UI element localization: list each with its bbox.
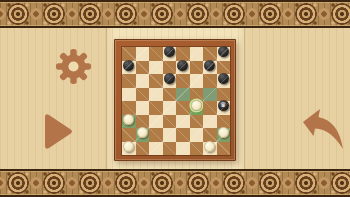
square-r6c6[interactable] bbox=[190, 115, 204, 129]
square-r8c1[interactable] bbox=[122, 142, 136, 156]
square-r4c5[interactable] bbox=[176, 88, 190, 102]
checkers-board: ♛ bbox=[114, 39, 236, 161]
black-man-piece[interactable] bbox=[123, 60, 134, 71]
play-button[interactable] bbox=[40, 111, 75, 152]
square-r5c7[interactable] bbox=[203, 101, 217, 115]
square-r1c2[interactable] bbox=[136, 47, 150, 61]
square-r4c6[interactable] bbox=[190, 88, 204, 102]
square-r3c5[interactable] bbox=[176, 74, 190, 88]
white-man-piece[interactable] bbox=[191, 100, 202, 111]
square-r1c7[interactable] bbox=[203, 47, 217, 61]
square-r8c3[interactable] bbox=[149, 142, 163, 156]
square-r8c8[interactable] bbox=[217, 142, 231, 156]
square-r2c6[interactable] bbox=[190, 61, 204, 75]
square-r8c5[interactable] bbox=[176, 142, 190, 156]
square-r7c6[interactable] bbox=[190, 128, 204, 142]
black-man-piece[interactable] bbox=[218, 73, 229, 84]
play-icon bbox=[40, 111, 75, 152]
square-r4c2[interactable] bbox=[136, 88, 150, 102]
square-r3c2[interactable] bbox=[136, 74, 150, 88]
square-r4c1[interactable] bbox=[122, 88, 136, 102]
square-r8c6[interactable] bbox=[190, 142, 204, 156]
square-r2c7[interactable] bbox=[203, 61, 217, 75]
gear-icon bbox=[55, 48, 92, 85]
undo-arrow-icon bbox=[300, 106, 346, 152]
black-man-piece[interactable] bbox=[177, 60, 188, 71]
plank-seam bbox=[244, 28, 245, 169]
square-r3c3[interactable] bbox=[149, 74, 163, 88]
square-r1c3[interactable] bbox=[149, 47, 163, 61]
white-man-piece[interactable] bbox=[123, 141, 134, 152]
black-man-piece[interactable] bbox=[204, 60, 215, 71]
square-r4c3[interactable] bbox=[149, 88, 163, 102]
square-r6c1[interactable] bbox=[122, 115, 136, 129]
square-r5c6[interactable] bbox=[190, 101, 204, 115]
white-man-piece[interactable] bbox=[204, 141, 215, 152]
square-r6c8[interactable] bbox=[217, 115, 231, 129]
square-r1c8[interactable] bbox=[217, 47, 231, 61]
square-r7c4[interactable] bbox=[163, 128, 177, 142]
square-r7c8[interactable] bbox=[217, 128, 231, 142]
board-grid: ♛ bbox=[122, 47, 230, 155]
square-r5c4[interactable] bbox=[163, 101, 177, 115]
white-man-piece[interactable] bbox=[218, 127, 229, 138]
square-r2c1[interactable] bbox=[122, 61, 136, 75]
black-man-piece[interactable] bbox=[164, 46, 175, 57]
white-man-piece[interactable] bbox=[137, 127, 148, 138]
square-r6c5[interactable] bbox=[176, 115, 190, 129]
square-r7c2[interactable] bbox=[136, 128, 150, 142]
king-crown-icon: ♛ bbox=[218, 100, 229, 111]
settings-button[interactable] bbox=[55, 48, 92, 85]
black-man-piece[interactable] bbox=[164, 73, 175, 84]
square-r1c5[interactable] bbox=[176, 47, 190, 61]
square-r2c4[interactable] bbox=[163, 61, 177, 75]
square-r6c4[interactable] bbox=[163, 115, 177, 129]
square-r2c3[interactable] bbox=[149, 61, 163, 75]
square-r3c8[interactable] bbox=[217, 74, 231, 88]
square-r1c1[interactable] bbox=[122, 47, 136, 61]
square-r5c5[interactable] bbox=[176, 101, 190, 115]
undo-button[interactable] bbox=[300, 106, 346, 152]
square-r5c3[interactable] bbox=[149, 101, 163, 115]
square-r4c8[interactable] bbox=[217, 88, 231, 102]
square-r6c2[interactable] bbox=[136, 115, 150, 129]
black-king-piece[interactable]: ♛ bbox=[218, 100, 229, 111]
square-r2c5[interactable] bbox=[176, 61, 190, 75]
square-r7c3[interactable] bbox=[149, 128, 163, 142]
square-r7c5[interactable] bbox=[176, 128, 190, 142]
square-r3c6[interactable] bbox=[190, 74, 204, 88]
square-r7c7[interactable] bbox=[203, 128, 217, 142]
square-r8c4[interactable] bbox=[163, 142, 177, 156]
square-r8c7[interactable] bbox=[203, 142, 217, 156]
square-r3c1[interactable] bbox=[122, 74, 136, 88]
square-r8c2[interactable] bbox=[136, 142, 150, 156]
carved-wood-frieze-bottom bbox=[0, 169, 350, 197]
plank-seam bbox=[106, 28, 107, 169]
square-r4c7[interactable] bbox=[203, 88, 217, 102]
square-r1c6[interactable] bbox=[190, 47, 204, 61]
square-r5c2[interactable] bbox=[136, 101, 150, 115]
square-r5c1[interactable] bbox=[122, 101, 136, 115]
square-r5c8[interactable]: ♛ bbox=[217, 101, 231, 115]
square-r3c7[interactable] bbox=[203, 74, 217, 88]
carved-wood-frieze-top bbox=[0, 0, 350, 28]
square-r4c4[interactable] bbox=[163, 88, 177, 102]
square-r6c7[interactable] bbox=[203, 115, 217, 129]
square-r6c3[interactable] bbox=[149, 115, 163, 129]
square-r2c2[interactable] bbox=[136, 61, 150, 75]
square-r2c8[interactable] bbox=[217, 61, 231, 75]
square-r7c1[interactable] bbox=[122, 128, 136, 142]
white-man-piece[interactable] bbox=[123, 114, 134, 125]
square-r1c4[interactable] bbox=[163, 47, 177, 61]
square-r3c4[interactable] bbox=[163, 74, 177, 88]
black-man-piece[interactable] bbox=[218, 46, 229, 57]
